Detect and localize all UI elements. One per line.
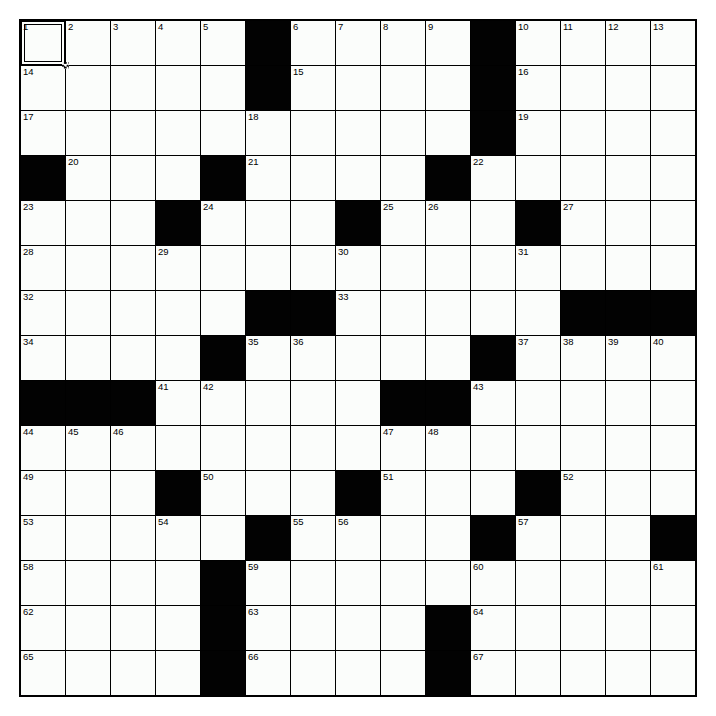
clue-number-1: 1 [23, 21, 28, 33]
cell-r10-c14[interactable] [606, 426, 650, 470]
clue-number-36: 36 [293, 336, 304, 348]
cell-r2-c13[interactable] [561, 66, 605, 110]
cell-r1-c3[interactable]: 3 [111, 21, 155, 65]
clue-number-35: 35 [248, 336, 259, 348]
cell-r8-c9[interactable] [381, 336, 425, 380]
cell-r13-c6[interactable]: 59 [246, 561, 290, 605]
cell-r7-c6-black[interactable] [246, 291, 290, 335]
cell-r5-c15[interactable] [651, 201, 695, 245]
clue-number-37: 37 [518, 336, 529, 348]
clue-number-6: 6 [293, 21, 298, 33]
clue-number-3: 3 [113, 21, 118, 33]
clue-number-45: 45 [68, 426, 79, 438]
cell-r9-c3-black[interactable] [111, 381, 155, 425]
cell-r12-c3[interactable] [111, 516, 155, 560]
cell-r14-c8[interactable] [336, 606, 380, 650]
cell-r5-c8-black[interactable] [336, 201, 380, 245]
clue-number-31: 31 [518, 246, 529, 258]
clue-number-43: 43 [473, 381, 484, 393]
cell-r10-c11[interactable] [471, 426, 515, 470]
cell-r4-c1-black[interactable] [21, 156, 65, 200]
cell-r8-c3[interactable] [111, 336, 155, 380]
cell-r11-c2[interactable] [66, 471, 110, 515]
cell-r15-c7[interactable] [291, 651, 335, 695]
cell-r6-c10[interactable] [426, 246, 470, 290]
clue-number-7: 7 [338, 21, 343, 33]
cell-r15-c9[interactable] [381, 651, 425, 695]
cell-r6-c8[interactable]: 30 [336, 246, 380, 290]
cell-r4-c13[interactable] [561, 156, 605, 200]
cell-r6-c12[interactable]: 31 [516, 246, 560, 290]
cell-r14-c5-black[interactable] [201, 606, 245, 650]
cell-r11-c14[interactable] [606, 471, 650, 515]
cell-r12-c13[interactable] [561, 516, 605, 560]
cell-r1-c8[interactable]: 7 [336, 21, 380, 65]
cell-r15-c12[interactable] [516, 651, 560, 695]
cell-r14-c7[interactable] [291, 606, 335, 650]
cell-r9-c9-black[interactable] [381, 381, 425, 425]
cell-r11-c4-black[interactable] [156, 471, 200, 515]
clue-number-46: 46 [113, 426, 124, 438]
clue-number-14: 14 [23, 66, 34, 78]
clue-number-23: 23 [23, 201, 34, 213]
cell-r15-c3[interactable] [111, 651, 155, 695]
cell-r1-c7[interactable]: 6 [291, 21, 335, 65]
cell-r13-c14[interactable] [606, 561, 650, 605]
cell-r4-c11[interactable]: 22 [471, 156, 515, 200]
cell-r3-c2[interactable] [66, 111, 110, 155]
clue-number-20: 20 [68, 156, 79, 168]
cell-r2-c12[interactable]: 16 [516, 66, 560, 110]
cell-r11-c8-black[interactable] [336, 471, 380, 515]
cell-r4-c2[interactable]: 20 [66, 156, 110, 200]
clue-number-4: 4 [158, 21, 163, 33]
clue-number-16: 16 [518, 66, 529, 78]
clue-number-52: 52 [563, 471, 574, 483]
cell-r7-c11[interactable] [471, 291, 515, 335]
cell-r15-c2[interactable] [66, 651, 110, 695]
cell-r11-c5[interactable]: 50 [201, 471, 245, 515]
cell-r7-c14-black[interactable] [606, 291, 650, 335]
cell-r13-c12[interactable] [516, 561, 560, 605]
cell-r10-c2[interactable]: 45 [66, 426, 110, 470]
cell-r8-c15[interactable]: 40 [651, 336, 695, 380]
clue-number-62: 62 [23, 606, 34, 618]
cell-r13-c15[interactable]: 61 [651, 561, 695, 605]
cell-r13-c1[interactable]: 58 [21, 561, 65, 605]
clue-number-18: 18 [248, 111, 259, 123]
cell-r11-c11[interactable] [471, 471, 515, 515]
cell-r14-c12[interactable] [516, 606, 560, 650]
cell-r4-c5-black[interactable] [201, 156, 245, 200]
cell-r10-c5[interactable] [201, 426, 245, 470]
cell-r12-c8[interactable]: 56 [336, 516, 380, 560]
cell-r7-c5[interactable] [201, 291, 245, 335]
cell-r9-c11[interactable]: 43 [471, 381, 515, 425]
cell-r13-c11[interactable]: 60 [471, 561, 515, 605]
clue-number-24: 24 [203, 201, 214, 213]
clue-number-19: 19 [518, 111, 529, 123]
cell-r10-c3[interactable]: 46 [111, 426, 155, 470]
cell-r6-c4[interactable]: 29 [156, 246, 200, 290]
cell-r7-c10[interactable] [426, 291, 470, 335]
clue-number-59: 59 [248, 561, 259, 573]
cell-r1-c9[interactable]: 8 [381, 21, 425, 65]
cell-r15-c14[interactable] [606, 651, 650, 695]
clue-number-48: 48 [428, 426, 439, 438]
cell-r3-c15[interactable] [651, 111, 695, 155]
cell-r8-c4[interactable] [156, 336, 200, 380]
cell-r1-c15[interactable]: 13 [651, 21, 695, 65]
cell-r13-c5-black[interactable] [201, 561, 245, 605]
cell-r12-c10[interactable] [426, 516, 470, 560]
cell-r14-c11[interactable]: 64 [471, 606, 515, 650]
cell-r15-c4[interactable] [156, 651, 200, 695]
cell-r3-c7[interactable] [291, 111, 335, 155]
cell-r12-c6-black[interactable] [246, 516, 290, 560]
cell-r8-c5-black[interactable] [201, 336, 245, 380]
cell-r3-c5[interactable] [201, 111, 245, 155]
cell-r11-c3[interactable] [111, 471, 155, 515]
cell-r2-c4[interactable] [156, 66, 200, 110]
cell-r2-c11-black[interactable] [471, 66, 515, 110]
cell-r8-c12[interactable]: 37 [516, 336, 560, 380]
clue-number-58: 58 [23, 561, 34, 573]
clue-number-65: 65 [23, 651, 34, 663]
clue-number-33: 33 [338, 291, 349, 303]
cell-r6-c3[interactable] [111, 246, 155, 290]
clue-number-26: 26 [428, 201, 439, 213]
cell-r14-c14[interactable] [606, 606, 650, 650]
cell-r15-c10-black[interactable] [426, 651, 470, 695]
clue-number-51: 51 [383, 471, 394, 483]
cell-r5-c10[interactable]: 26 [426, 201, 470, 245]
cell-r3-c14[interactable] [606, 111, 650, 155]
cell-r10-c9[interactable]: 47 [381, 426, 425, 470]
cell-r2-c15[interactable] [651, 66, 695, 110]
cell-r9-c1-black[interactable] [21, 381, 65, 425]
cell-r3-c8[interactable] [336, 111, 380, 155]
cell-r14-c2[interactable] [66, 606, 110, 650]
cell-r13-c7[interactable] [291, 561, 335, 605]
cell-r2-c14[interactable] [606, 66, 650, 110]
cell-r9-c2-black[interactable] [66, 381, 110, 425]
cell-r3-c10[interactable] [426, 111, 470, 155]
cell-r6-c14[interactable] [606, 246, 650, 290]
cell-r7-c8[interactable]: 33 [336, 291, 380, 335]
cell-r13-c9[interactable] [381, 561, 425, 605]
cell-r10-c10[interactable]: 48 [426, 426, 470, 470]
cell-r3-c13[interactable] [561, 111, 605, 155]
clue-number-21: 21 [248, 156, 259, 168]
cell-r7-c12[interactable] [516, 291, 560, 335]
cell-r7-c15-black[interactable] [651, 291, 695, 335]
cell-r2-c8[interactable] [336, 66, 380, 110]
cell-r9-c8[interactable] [336, 381, 380, 425]
cell-r11-c15[interactable] [651, 471, 695, 515]
cell-r9-c12[interactable] [516, 381, 560, 425]
clue-number-40: 40 [653, 336, 664, 348]
clue-number-60: 60 [473, 561, 484, 573]
clue-number-27: 27 [563, 201, 574, 213]
clue-number-15: 15 [293, 66, 304, 78]
cell-r9-c10-black[interactable] [426, 381, 470, 425]
clue-number-55: 55 [293, 516, 304, 528]
cell-r4-c6[interactable]: 21 [246, 156, 290, 200]
cell-r11-c13[interactable]: 52 [561, 471, 605, 515]
cell-r7-c4[interactable] [156, 291, 200, 335]
cell-r6-c11[interactable] [471, 246, 515, 290]
cell-r12-c1[interactable]: 53 [21, 516, 65, 560]
cell-r2-c3[interactable] [111, 66, 155, 110]
cell-r12-c15-black[interactable] [651, 516, 695, 560]
cell-r4-c14[interactable] [606, 156, 650, 200]
cell-r3-c4[interactable] [156, 111, 200, 155]
cell-r3-c12[interactable]: 19 [516, 111, 560, 155]
cell-r6-c15[interactable] [651, 246, 695, 290]
cell-r5-c12-black[interactable] [516, 201, 560, 245]
cell-r10-c12[interactable] [516, 426, 560, 470]
clue-number-25: 25 [383, 201, 394, 213]
cell-r5-c13[interactable]: 27 [561, 201, 605, 245]
cell-r4-c8[interactable] [336, 156, 380, 200]
cell-r7-c3[interactable] [111, 291, 155, 335]
cell-r9-c4[interactable]: 41 [156, 381, 200, 425]
cell-r5-c14[interactable] [606, 201, 650, 245]
cell-r7-c7-black[interactable] [291, 291, 335, 335]
cell-r13-c13[interactable] [561, 561, 605, 605]
cell-r12-c4[interactable]: 54 [156, 516, 200, 560]
clue-number-63: 63 [248, 606, 259, 618]
clue-number-22: 22 [473, 156, 484, 168]
cell-r10-c1[interactable]: 44 [21, 426, 65, 470]
cell-r1-c5[interactable]: 5 [201, 21, 245, 65]
clue-number-50: 50 [203, 471, 214, 483]
clue-number-10: 10 [518, 21, 529, 33]
cell-r15-c11[interactable]: 67 [471, 651, 515, 695]
cell-r11-c1[interactable]: 49 [21, 471, 65, 515]
cell-r8-c2[interactable] [66, 336, 110, 380]
cell-r7-c2[interactable] [66, 291, 110, 335]
cell-r1-c10[interactable]: 9 [426, 21, 470, 65]
clue-number-57: 57 [518, 516, 529, 528]
cell-r11-c9[interactable]: 51 [381, 471, 425, 515]
cell-r1-c14[interactable]: 12 [606, 21, 650, 65]
cell-r5-c7[interactable] [291, 201, 335, 245]
cell-r5-c4-black[interactable] [156, 201, 200, 245]
clue-number-56: 56 [338, 516, 349, 528]
cell-r2-c5[interactable] [201, 66, 245, 110]
clue-number-5: 5 [203, 21, 208, 33]
cell-r11-c10[interactable] [426, 471, 470, 515]
clue-number-17: 17 [23, 111, 34, 123]
cell-r10-c4[interactable] [156, 426, 200, 470]
selection-resize-handle[interactable] [62, 62, 69, 69]
cell-r4-c3[interactable] [111, 156, 155, 200]
cell-r12-c2[interactable] [66, 516, 110, 560]
cell-r8-c1[interactable]: 34 [21, 336, 65, 380]
clue-number-11: 11 [563, 21, 573, 33]
cell-r1-c6-black[interactable] [246, 21, 290, 65]
cell-r14-c3[interactable] [111, 606, 155, 650]
clue-number-29: 29 [158, 246, 169, 258]
cell-r1-c12[interactable]: 10 [516, 21, 560, 65]
cell-r8-c13[interactable]: 38 [561, 336, 605, 380]
cell-r11-c12-black[interactable] [516, 471, 560, 515]
cell-r5-c1[interactable]: 23 [21, 201, 65, 245]
cell-r8-c8[interactable] [336, 336, 380, 380]
cell-r10-c8[interactable] [336, 426, 380, 470]
cell-r4-c9[interactable] [381, 156, 425, 200]
crossword-grid: 1234567891011121314151617181920212223242… [19, 19, 697, 697]
clue-number-61: 61 [653, 561, 664, 573]
cell-r2-c1[interactable]: 14 [21, 66, 65, 110]
cell-r5-c6[interactable] [246, 201, 290, 245]
cell-r3-c11-black[interactable] [471, 111, 515, 155]
cell-r2-c6-black[interactable] [246, 66, 290, 110]
clue-number-66: 66 [248, 651, 259, 663]
cell-r4-c15[interactable] [651, 156, 695, 200]
cell-r6-c13[interactable] [561, 246, 605, 290]
cell-r6-c2[interactable] [66, 246, 110, 290]
cell-r2-c9[interactable] [381, 66, 425, 110]
cell-r4-c4[interactable] [156, 156, 200, 200]
cell-r5-c5[interactable]: 24 [201, 201, 245, 245]
cell-r7-c1[interactable]: 32 [21, 291, 65, 335]
cell-r13-c4[interactable] [156, 561, 200, 605]
cell-r4-c10-black[interactable] [426, 156, 470, 200]
cell-r13-c8[interactable] [336, 561, 380, 605]
cell-r13-c2[interactable] [66, 561, 110, 605]
cell-r2-c2[interactable] [66, 66, 110, 110]
clue-number-28: 28 [23, 246, 34, 258]
clue-number-9: 9 [428, 21, 433, 33]
clue-number-30: 30 [338, 246, 349, 258]
cell-r8-c11-black[interactable] [471, 336, 515, 380]
clue-number-64: 64 [473, 606, 484, 618]
cell-r3-c1[interactable]: 17 [21, 111, 65, 155]
cell-r14-c13[interactable] [561, 606, 605, 650]
cell-r10-c6[interactable] [246, 426, 290, 470]
cell-r6-c7[interactable] [291, 246, 335, 290]
cell-r6-c6[interactable] [246, 246, 290, 290]
clue-number-32: 32 [23, 291, 34, 303]
cell-r9-c5[interactable]: 42 [201, 381, 245, 425]
cell-r12-c7[interactable]: 55 [291, 516, 335, 560]
cell-r9-c7[interactable] [291, 381, 335, 425]
cell-r10-c15[interactable] [651, 426, 695, 470]
cell-r14-c10-black[interactable] [426, 606, 470, 650]
cell-r4-c7[interactable] [291, 156, 335, 200]
cell-r11-c6[interactable] [246, 471, 290, 515]
cell-r12-c14[interactable] [606, 516, 650, 560]
cell-r5-c3[interactable] [111, 201, 155, 245]
clue-number-39: 39 [608, 336, 619, 348]
cell-r6-c1[interactable]: 28 [21, 246, 65, 290]
cell-r2-c10[interactable] [426, 66, 470, 110]
cell-r8-c7[interactable]: 36 [291, 336, 335, 380]
cell-r12-c11-black[interactable] [471, 516, 515, 560]
cell-r3-c9[interactable] [381, 111, 425, 155]
clue-number-67: 67 [473, 651, 484, 663]
cell-r8-c10[interactable] [426, 336, 470, 380]
cell-r7-c13-black[interactable] [561, 291, 605, 335]
cell-r6-c5[interactable] [201, 246, 245, 290]
cell-r15-c15[interactable] [651, 651, 695, 695]
cell-r6-c9[interactable] [381, 246, 425, 290]
clue-number-12: 12 [608, 21, 619, 33]
cell-r8-c14[interactable]: 39 [606, 336, 650, 380]
cell-r7-c9[interactable] [381, 291, 425, 335]
cell-r12-c12[interactable]: 57 [516, 516, 560, 560]
cell-r15-c5-black[interactable] [201, 651, 245, 695]
cell-r13-c10[interactable] [426, 561, 470, 605]
cell-r5-c11[interactable] [471, 201, 515, 245]
cell-r10-c7[interactable] [291, 426, 335, 470]
clue-number-41: 41 [158, 381, 169, 393]
cell-r1-c2[interactable]: 2 [66, 21, 110, 65]
cell-r14-c1[interactable]: 62 [21, 606, 65, 650]
cell-r15-c8[interactable] [336, 651, 380, 695]
cell-r3-c3[interactable] [111, 111, 155, 155]
clue-number-42: 42 [203, 381, 214, 393]
selected-cell-r1-c1[interactable]: 1 [21, 21, 65, 65]
cell-r3-c6[interactable]: 18 [246, 111, 290, 155]
cell-r14-c15[interactable] [651, 606, 695, 650]
cell-r12-c9[interactable] [381, 516, 425, 560]
clue-number-34: 34 [23, 336, 34, 348]
cell-r8-c6[interactable]: 35 [246, 336, 290, 380]
clue-number-44: 44 [23, 426, 34, 438]
clue-number-38: 38 [563, 336, 574, 348]
cell-r9-c6[interactable] [246, 381, 290, 425]
clue-number-54: 54 [158, 516, 169, 528]
cell-r14-c9[interactable] [381, 606, 425, 650]
cell-r2-c7[interactable]: 15 [291, 66, 335, 110]
cell-r15-c13[interactable] [561, 651, 605, 695]
cell-r9-c13[interactable] [561, 381, 605, 425]
cell-r14-c6[interactable]: 63 [246, 606, 290, 650]
cell-r14-c4[interactable] [156, 606, 200, 650]
clue-number-53: 53 [23, 516, 34, 528]
cell-r12-c5[interactable] [201, 516, 245, 560]
cell-r1-c4[interactable]: 4 [156, 21, 200, 65]
cell-r15-c6[interactable]: 66 [246, 651, 290, 695]
clue-number-47: 47 [383, 426, 394, 438]
cell-r13-c3[interactable] [111, 561, 155, 605]
cell-r9-c15[interactable] [651, 381, 695, 425]
clue-number-8: 8 [383, 21, 388, 33]
clue-number-49: 49 [23, 471, 34, 483]
cell-r15-c1[interactable]: 65 [21, 651, 65, 695]
clue-number-2: 2 [68, 21, 73, 33]
cell-r5-c9[interactable]: 25 [381, 201, 425, 245]
cell-r1-c13[interactable]: 11 [561, 21, 605, 65]
cell-r1-c11-black[interactable] [471, 21, 515, 65]
cell-r11-c7[interactable] [291, 471, 335, 515]
cell-r4-c12[interactable] [516, 156, 560, 200]
clue-number-13: 13 [653, 21, 664, 33]
cell-r10-c13[interactable] [561, 426, 605, 470]
cell-r9-c14[interactable] [606, 381, 650, 425]
cell-r5-c2[interactable] [66, 201, 110, 245]
